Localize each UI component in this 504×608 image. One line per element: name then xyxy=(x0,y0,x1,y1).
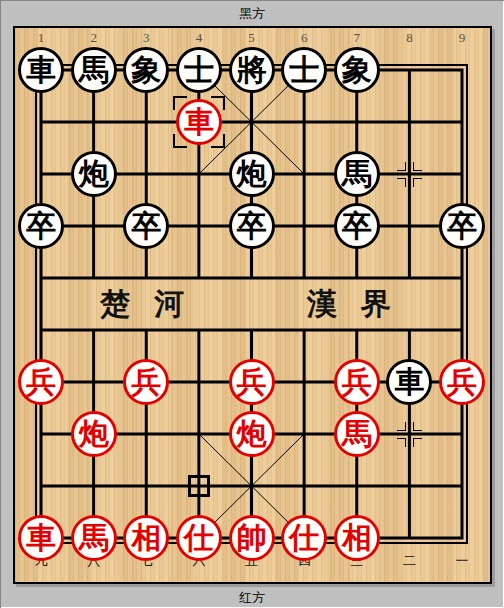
piece-black-advisor[interactable]: 士 xyxy=(281,47,327,93)
piece-black-advisor[interactable]: 士 xyxy=(176,47,222,93)
piece-black-soldier[interactable]: 卒 xyxy=(229,203,275,249)
piece-black-soldier[interactable]: 卒 xyxy=(439,203,485,249)
piece-black-soldier[interactable]: 卒 xyxy=(18,203,64,249)
piece-red-chariot[interactable]: 車 xyxy=(18,515,64,561)
piece-red-advisor[interactable]: 仕 xyxy=(281,515,327,561)
piece-red-elephant[interactable]: 相 xyxy=(123,515,169,561)
piece-black-chariot[interactable]: 車 xyxy=(18,47,64,93)
piece-black-elephant[interactable]: 象 xyxy=(334,47,380,93)
piece-red-soldier[interactable]: 兵 xyxy=(123,359,169,405)
piece-red-horse[interactable]: 馬 xyxy=(71,515,117,561)
piece-black-cannon[interactable]: 炮 xyxy=(71,151,117,197)
piece-red-soldier[interactable]: 兵 xyxy=(18,359,64,405)
piece-black-horse[interactable]: 馬 xyxy=(334,151,380,197)
piece-red-elephant[interactable]: 相 xyxy=(334,515,380,561)
piece-red-advisor[interactable]: 仕 xyxy=(176,515,222,561)
piece-red-cannon[interactable]: 炮 xyxy=(71,411,117,457)
piece-grid[interactable]: 車馬象士將士象車炮炮馬卒卒卒卒卒兵兵兵兵車兵炮炮馬車馬相仕帥仕相 xyxy=(15,44,489,564)
piece-red-horse[interactable]: 馬 xyxy=(334,411,380,457)
piece-black-soldier[interactable]: 卒 xyxy=(334,203,380,249)
piece-red-cannon[interactable]: 炮 xyxy=(229,411,275,457)
piece-red-soldier[interactable]: 兵 xyxy=(334,359,380,405)
piece-black-soldier[interactable]: 卒 xyxy=(123,203,169,249)
app-window: 黑方 xyxy=(0,0,504,608)
piece-black-horse[interactable]: 馬 xyxy=(71,47,117,93)
piece-black-general[interactable]: 將 xyxy=(229,47,275,93)
piece-red-chariot[interactable]: 車 xyxy=(176,99,222,145)
piece-red-soldier[interactable]: 兵 xyxy=(229,359,275,405)
piece-black-elephant[interactable]: 象 xyxy=(123,47,169,93)
piece-black-cannon[interactable]: 炮 xyxy=(229,151,275,197)
piece-red-general[interactable]: 帥 xyxy=(229,515,275,561)
piece-black-chariot[interactable]: 車 xyxy=(386,359,432,405)
xiangqi-board[interactable]: 123456789 九八七六五四三二一 楚河 漢界 車馬象士將士象車炮炮馬卒卒卒… xyxy=(13,26,492,584)
black-side-label: 黑方 xyxy=(0,5,504,23)
red-side-label: 红方 xyxy=(0,589,504,607)
piece-red-soldier[interactable]: 兵 xyxy=(439,359,485,405)
